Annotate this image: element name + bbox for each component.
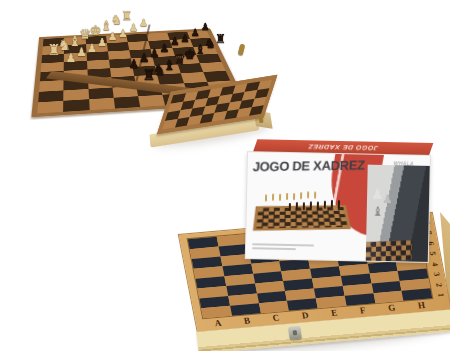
chess-piece: ♝ — [100, 19, 112, 32]
file-label: C — [272, 313, 281, 324]
chess-piece: ♜ — [47, 43, 60, 58]
file-label: E — [330, 308, 338, 319]
chess-piece: ♟ — [118, 28, 127, 39]
box-title: JOGO DE XADREZ — [252, 158, 365, 175]
file-label: B — [243, 315, 251, 326]
chess-piece: ♟ — [139, 18, 148, 28]
chess-piece: ♟ — [180, 33, 189, 44]
box-chess-set-photo — [254, 186, 349, 242]
chess-piece: ♟ — [191, 27, 200, 37]
chess-piece: ♟ — [76, 47, 86, 59]
chess-piece: ♞ — [58, 38, 71, 53]
photo-board-strip — [366, 240, 412, 262]
chess-piece: ♛ — [173, 53, 185, 67]
mini-piece — [303, 202, 305, 210]
chess-piece: ♟ — [149, 48, 159, 59]
rank-label: 1 — [435, 293, 445, 298]
box-pieces-photo: ♟ ♟ ♝ — [366, 165, 430, 262]
rank-label: 3 — [431, 272, 441, 277]
chess-piece: ♛ — [79, 29, 91, 43]
chess-piece: ♟ — [66, 52, 77, 64]
chess-piece: ♚ — [184, 48, 196, 61]
file-label: D — [301, 310, 310, 321]
chess-piece: ♟ — [201, 22, 210, 32]
chess-piece: ♟ — [129, 23, 138, 33]
mini-piece — [331, 200, 333, 208]
metal-clasp-icon — [288, 326, 302, 340]
chess-piece: ♜ — [142, 68, 155, 83]
box-flap-text: JOGO DE XADREZ — [307, 144, 379, 152]
mini-pieces — [254, 186, 349, 242]
mini-piece — [300, 192, 302, 199]
file-label: H — [417, 300, 426, 311]
file-label: A — [214, 318, 223, 329]
chess-piece: ♟ — [97, 37, 107, 48]
box-front-face: ♟ ♟ ♝ JOGO DE XADREZ WHALA — [245, 151, 431, 263]
file-label: F — [359, 305, 367, 316]
file-label: G — [387, 303, 396, 314]
photo-piece-icon: ♝ — [372, 205, 384, 218]
chess-piece: ♟ — [129, 58, 140, 70]
mini-piece — [272, 194, 274, 201]
chess-piece: ♟ — [108, 32, 118, 43]
mini-piece — [293, 193, 295, 200]
mini-piece — [314, 191, 316, 198]
chess-piece: ♜ — [121, 9, 132, 21]
mini-piece — [310, 202, 312, 210]
mini-piece — [324, 201, 326, 209]
product-box: JOGO DE XADREZ ♟ ♟ ♝ JOGO DE XADREZ WHAL… — [245, 139, 429, 261]
mini-piece — [296, 203, 298, 211]
box-fine-print — [252, 243, 314, 252]
chess-piece: ♟ — [139, 53, 149, 65]
chess-piece: ♞ — [111, 14, 122, 27]
mini-piece — [338, 200, 340, 208]
mini-piece — [265, 194, 267, 201]
chess-piece: ♝ — [163, 58, 176, 72]
chess-piece: ♞ — [153, 63, 166, 78]
chess-piece: ♟ — [87, 42, 97, 53]
chess-piece: ♝ — [194, 43, 206, 56]
mini-piece — [279, 194, 281, 201]
mini-piece — [289, 203, 291, 211]
chess-piece: ♟ — [160, 43, 170, 54]
chess-piece: ♝ — [68, 33, 81, 47]
mini-piece — [317, 201, 319, 209]
chess-piece: ♚ — [90, 24, 102, 37]
chess-piece: ♟ — [170, 38, 180, 49]
product-photo: ♜♞♝♛♚♝♞♜♟♟♟♟♟♟♟♟♟♟♟♟♟♟♟♟♜♞♝♛♚♝♞♜ ABCDEFG… — [0, 0, 450, 351]
chess-piece: ♞ — [205, 38, 216, 51]
mini-piece — [307, 192, 309, 199]
rank-label: 2 — [433, 282, 443, 287]
rank-label: 4 — [429, 262, 439, 267]
box-brand-text: WHALA — [393, 160, 413, 166]
chess-piece: ♜ — [215, 33, 226, 45]
mini-piece — [286, 193, 288, 200]
